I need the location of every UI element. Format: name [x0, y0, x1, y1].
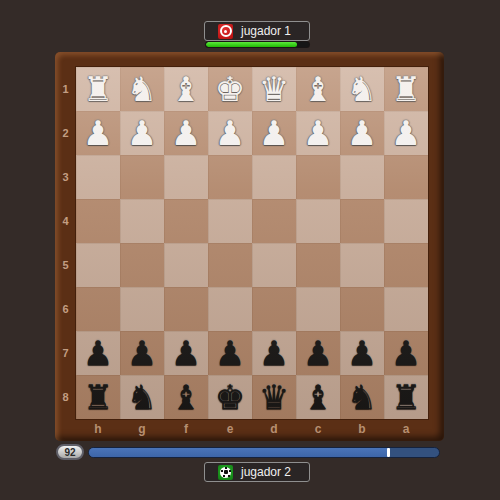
square-a7[interactable]: ♟	[384, 331, 428, 375]
square-b6[interactable]	[340, 287, 384, 331]
square-h8[interactable]: ♜	[76, 375, 120, 419]
white-rook[interactable]: ♜	[83, 72, 113, 106]
square-f7[interactable]: ♟	[164, 331, 208, 375]
square-a6[interactable]	[384, 287, 428, 331]
square-h1[interactable]: ♜	[76, 67, 120, 111]
chess-board-frame: 12345678 ♜♞♝♚♛♝♞♜♟♟♟♟♟♟♟♟♟♟♟♟♟♟♟♟♜♞♝♚♛♝♞…	[55, 52, 444, 441]
square-f2[interactable]: ♟	[164, 111, 208, 155]
square-c1[interactable]: ♝	[296, 67, 340, 111]
square-d4[interactable]	[252, 199, 296, 243]
square-g2[interactable]: ♟	[120, 111, 164, 155]
square-e7[interactable]: ♟	[208, 331, 252, 375]
black-knight[interactable]: ♞	[347, 380, 377, 414]
chess-app-window: jugador 1 12345678 ♜♞♝♚♛♝♞♜♟♟♟♟♟♟♟♟♟♟♟♟♟…	[0, 0, 500, 500]
white-bishop[interactable]: ♝	[171, 72, 201, 106]
square-f6[interactable]	[164, 287, 208, 331]
square-g7[interactable]: ♟	[120, 331, 164, 375]
black-pawn[interactable]: ♟	[259, 336, 289, 370]
white-bishop[interactable]: ♝	[303, 72, 333, 106]
square-h7[interactable]: ♟	[76, 331, 120, 375]
square-e4[interactable]	[208, 199, 252, 243]
square-c5[interactable]	[296, 243, 340, 287]
rank-label-3: 3	[55, 155, 76, 199]
square-g1[interactable]: ♞	[120, 67, 164, 111]
square-d5[interactable]	[252, 243, 296, 287]
square-b5[interactable]	[340, 243, 384, 287]
square-b7[interactable]: ♟	[340, 331, 384, 375]
white-pawn[interactable]: ♟	[347, 116, 377, 150]
square-a8[interactable]: ♜	[384, 375, 428, 419]
slider-thumb[interactable]	[387, 448, 390, 457]
square-a4[interactable]	[384, 199, 428, 243]
square-h5[interactable]	[76, 243, 120, 287]
rank-label-4: 4	[55, 199, 76, 243]
rank-label-2: 2	[55, 111, 76, 155]
white-king[interactable]: ♚	[215, 72, 245, 106]
square-f8[interactable]: ♝	[164, 375, 208, 419]
square-f4[interactable]	[164, 199, 208, 243]
white-queen[interactable]: ♛	[259, 72, 289, 106]
square-h3[interactable]	[76, 155, 120, 199]
white-rook[interactable]: ♜	[391, 72, 421, 106]
black-pawn[interactable]: ♟	[303, 336, 333, 370]
square-a1[interactable]: ♜	[384, 67, 428, 111]
progress-slider[interactable]	[88, 447, 440, 458]
square-e6[interactable]	[208, 287, 252, 331]
white-pawn[interactable]: ♟	[259, 116, 289, 150]
player-top-name: jugador 1	[241, 24, 291, 38]
black-bishop[interactable]: ♝	[171, 380, 201, 414]
rank-labels: 12345678	[55, 67, 76, 419]
square-g4[interactable]	[120, 199, 164, 243]
square-h4[interactable]	[76, 199, 120, 243]
white-knight[interactable]: ♞	[127, 72, 157, 106]
red-target-icon	[218, 24, 233, 39]
white-pawn[interactable]: ♟	[83, 116, 113, 150]
black-pawn[interactable]: ♟	[391, 336, 421, 370]
square-c4[interactable]	[296, 199, 340, 243]
square-c3[interactable]	[296, 155, 340, 199]
square-c8[interactable]: ♝	[296, 375, 340, 419]
square-c7[interactable]: ♟	[296, 331, 340, 375]
white-pawn[interactable]: ♟	[303, 116, 333, 150]
square-c6[interactable]	[296, 287, 340, 331]
black-knight[interactable]: ♞	[127, 380, 157, 414]
square-g5[interactable]	[120, 243, 164, 287]
file-label-e: e	[208, 419, 252, 439]
square-a3[interactable]	[384, 155, 428, 199]
rank-label-1: 1	[55, 67, 76, 111]
square-d7[interactable]: ♟	[252, 331, 296, 375]
black-pawn[interactable]: ♟	[83, 336, 113, 370]
player-top-box[interactable]: jugador 1	[204, 21, 310, 41]
square-e1[interactable]: ♚	[208, 67, 252, 111]
player-bottom-box[interactable]: jugador 2	[204, 462, 310, 482]
black-king[interactable]: ♚	[215, 380, 245, 414]
white-knight[interactable]: ♞	[347, 72, 377, 106]
square-d1[interactable]: ♛	[252, 67, 296, 111]
square-b4[interactable]	[340, 199, 384, 243]
player-bottom-name: jugador 2	[241, 465, 291, 479]
black-pawn[interactable]: ♟	[215, 336, 245, 370]
black-queen[interactable]: ♛	[259, 380, 289, 414]
board-squares[interactable]: ♜♞♝♚♛♝♞♜♟♟♟♟♟♟♟♟♟♟♟♟♟♟♟♟♜♞♝♚♛♝♞♜	[76, 67, 428, 419]
square-d6[interactable]	[252, 287, 296, 331]
black-rook[interactable]: ♜	[391, 380, 421, 414]
file-label-g: g	[120, 419, 164, 439]
square-a5[interactable]	[384, 243, 428, 287]
square-e3[interactable]	[208, 155, 252, 199]
rank-label-7: 7	[55, 331, 76, 375]
file-label-b: b	[340, 419, 384, 439]
square-g6[interactable]	[120, 287, 164, 331]
square-e5[interactable]	[208, 243, 252, 287]
white-pawn[interactable]: ♟	[127, 116, 157, 150]
file-label-f: f	[164, 419, 208, 439]
black-bishop[interactable]: ♝	[303, 380, 333, 414]
player-top-timer-bar	[206, 42, 309, 47]
rank-label-5: 5	[55, 243, 76, 287]
white-pawn[interactable]: ♟	[391, 116, 421, 150]
black-pawn[interactable]: ♟	[347, 336, 377, 370]
square-g3[interactable]	[120, 155, 164, 199]
square-d2[interactable]: ♟	[252, 111, 296, 155]
square-b2[interactable]: ♟	[340, 111, 384, 155]
black-pawn[interactable]: ♟	[171, 336, 201, 370]
timer-fill	[206, 42, 297, 47]
slider-value-badge: 92	[56, 444, 84, 460]
square-e2[interactable]: ♟	[208, 111, 252, 155]
square-h6[interactable]	[76, 287, 120, 331]
file-labels: hgfedcba	[76, 419, 428, 439]
rank-label-6: 6	[55, 287, 76, 331]
square-f5[interactable]	[164, 243, 208, 287]
black-rook[interactable]: ♜	[83, 380, 113, 414]
square-b8[interactable]: ♞	[340, 375, 384, 419]
square-f3[interactable]	[164, 155, 208, 199]
black-pawn[interactable]: ♟	[127, 336, 157, 370]
square-b3[interactable]	[340, 155, 384, 199]
white-pawn[interactable]: ♟	[215, 116, 245, 150]
file-label-c: c	[296, 419, 340, 439]
rank-label-8: 8	[55, 375, 76, 419]
file-label-a: a	[384, 419, 428, 439]
square-a2[interactable]: ♟	[384, 111, 428, 155]
square-g8[interactable]: ♞	[120, 375, 164, 419]
soccer-ball-icon	[218, 465, 233, 480]
square-b1[interactable]: ♞	[340, 67, 384, 111]
square-d8[interactable]: ♛	[252, 375, 296, 419]
file-label-h: h	[76, 419, 120, 439]
square-e8[interactable]: ♚	[208, 375, 252, 419]
square-h2[interactable]: ♟	[76, 111, 120, 155]
file-label-d: d	[252, 419, 296, 439]
slider-fill	[89, 448, 388, 457]
square-d3[interactable]	[252, 155, 296, 199]
square-f1[interactable]: ♝	[164, 67, 208, 111]
white-pawn[interactable]: ♟	[171, 116, 201, 150]
square-c2[interactable]: ♟	[296, 111, 340, 155]
